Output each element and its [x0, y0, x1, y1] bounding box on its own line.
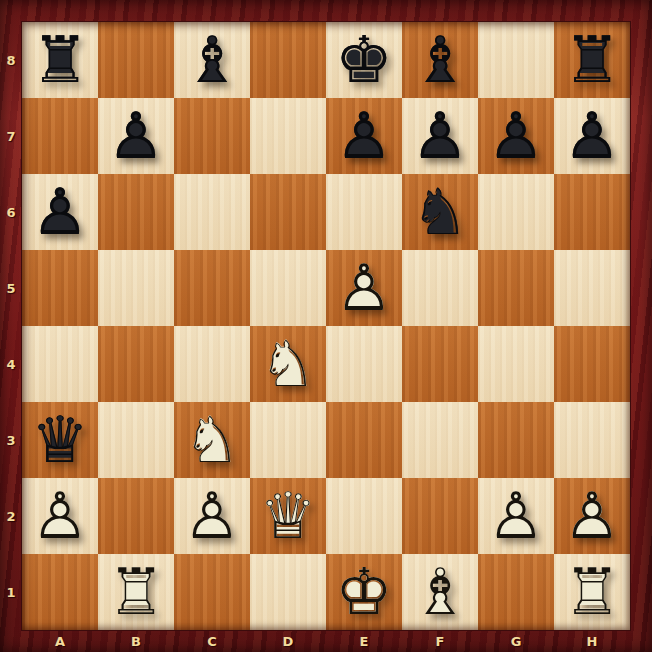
square-b8[interactable]	[98, 22, 174, 98]
file-label-d: D	[250, 630, 326, 652]
piece-black-pawn-f7[interactable]: ♟♙	[402, 98, 478, 174]
piece-white-pawn-h2[interactable]: ♟♙	[554, 478, 630, 554]
square-b6[interactable]	[98, 174, 174, 250]
square-f2[interactable]	[402, 478, 478, 554]
piece-black-pawn-b7[interactable]: ♟♙	[98, 98, 174, 174]
rank-label-4: 4	[0, 326, 22, 402]
piece-white-pawn-a2[interactable]: ♟♙	[22, 478, 98, 554]
square-b2[interactable]	[98, 478, 174, 554]
piece-glyph-outline: ♙	[326, 98, 402, 174]
square-c7[interactable]	[174, 98, 250, 174]
square-h6[interactable]	[554, 174, 630, 250]
piece-white-knight-c3[interactable]: ♞♘	[174, 402, 250, 478]
piece-white-bishop-f1[interactable]: ♝♗	[402, 554, 478, 630]
square-f3[interactable]	[402, 402, 478, 478]
piece-glyph-outline: ♕	[250, 478, 326, 554]
piece-glyph-outline: ♙	[174, 478, 250, 554]
square-d2[interactable]: ♛♕	[250, 478, 326, 554]
piece-glyph-outline: ♙	[22, 174, 98, 250]
piece-black-rook-a8[interactable]: ♜♖	[22, 22, 98, 98]
piece-black-bishop-f8[interactable]: ♝♗	[402, 22, 478, 98]
square-c4[interactable]	[174, 326, 250, 402]
file-label-a: A	[22, 630, 98, 652]
square-g1[interactable]	[478, 554, 554, 630]
square-h4[interactable]	[554, 326, 630, 402]
file-label-g: G	[478, 630, 554, 652]
square-b4[interactable]	[98, 326, 174, 402]
square-c8[interactable]: ♝♗	[174, 22, 250, 98]
square-h3[interactable]	[554, 402, 630, 478]
square-c6[interactable]	[174, 174, 250, 250]
square-a8[interactable]: ♜♖	[22, 22, 98, 98]
piece-glyph-outline: ♗	[402, 22, 478, 98]
rank-labels: 87654321	[0, 22, 22, 630]
square-a2[interactable]: ♟♙	[22, 478, 98, 554]
file-label-e: E	[326, 630, 402, 652]
rank-label-7: 7	[0, 98, 22, 174]
square-e4[interactable]	[326, 326, 402, 402]
piece-glyph-outline: ♙	[326, 250, 402, 326]
square-e5[interactable]: ♟♙	[326, 250, 402, 326]
square-h1[interactable]: ♜♖	[554, 554, 630, 630]
piece-glyph-outline: ♙	[554, 98, 630, 174]
square-d7[interactable]	[250, 98, 326, 174]
square-d1[interactable]	[250, 554, 326, 630]
square-c1[interactable]	[174, 554, 250, 630]
piece-white-queen-d2[interactable]: ♛♕	[250, 478, 326, 554]
square-b1[interactable]: ♜♖	[98, 554, 174, 630]
square-c5[interactable]	[174, 250, 250, 326]
square-h5[interactable]	[554, 250, 630, 326]
piece-black-pawn-h7[interactable]: ♟♙	[554, 98, 630, 174]
chessboard: ♜♖♝♗♚♔♝♗♜♖♟♙♟♙♟♙♟♙♟♙♟♙♞♘♟♙♞♘♛♕♞♘♟♙♟♙♛♕♟♙…	[22, 22, 630, 630]
square-g5[interactable]	[478, 250, 554, 326]
square-d8[interactable]	[250, 22, 326, 98]
piece-glyph-outline: ♗	[402, 554, 478, 630]
square-a6[interactable]: ♟♙	[22, 174, 98, 250]
square-h7[interactable]: ♟♙	[554, 98, 630, 174]
square-a7[interactable]	[22, 98, 98, 174]
rank-label-2: 2	[0, 478, 22, 554]
square-a5[interactable]	[22, 250, 98, 326]
piece-black-queen-a3[interactable]: ♛♕	[22, 402, 98, 478]
square-b5[interactable]	[98, 250, 174, 326]
file-label-b: B	[98, 630, 174, 652]
square-d4[interactable]: ♞♘	[250, 326, 326, 402]
square-d5[interactable]	[250, 250, 326, 326]
square-a4[interactable]	[22, 326, 98, 402]
square-f4[interactable]	[402, 326, 478, 402]
rank-label-6: 6	[0, 174, 22, 250]
square-g2[interactable]: ♟♙	[478, 478, 554, 554]
square-f7[interactable]: ♟♙	[402, 98, 478, 174]
piece-glyph-outline: ♔	[326, 554, 402, 630]
file-label-h: H	[554, 630, 630, 652]
piece-glyph-outline: ♙	[478, 98, 554, 174]
piece-black-king-e8[interactable]: ♚♔	[326, 22, 402, 98]
square-f5[interactable]	[402, 250, 478, 326]
square-b7[interactable]: ♟♙	[98, 98, 174, 174]
piece-white-pawn-g2[interactable]: ♟♙	[478, 478, 554, 554]
piece-black-pawn-g7[interactable]: ♟♙	[478, 98, 554, 174]
piece-glyph-outline: ♖	[22, 22, 98, 98]
rank-label-5: 5	[0, 250, 22, 326]
piece-glyph-outline: ♘	[402, 174, 478, 250]
piece-white-rook-b1[interactable]: ♜♖	[98, 554, 174, 630]
rank-label-1: 1	[0, 554, 22, 630]
square-g3[interactable]	[478, 402, 554, 478]
piece-black-rook-h8[interactable]: ♜♖	[554, 22, 630, 98]
square-f6[interactable]: ♞♘	[402, 174, 478, 250]
piece-glyph-outline: ♙	[22, 478, 98, 554]
piece-glyph-outline: ♗	[174, 22, 250, 98]
piece-white-rook-h1[interactable]: ♜♖	[554, 554, 630, 630]
piece-black-knight-f6[interactable]: ♞♘	[402, 174, 478, 250]
piece-glyph-outline: ♙	[402, 98, 478, 174]
square-e1[interactable]: ♚♔	[326, 554, 402, 630]
square-g8[interactable]	[478, 22, 554, 98]
square-c3[interactable]: ♞♘	[174, 402, 250, 478]
square-h2[interactable]: ♟♙	[554, 478, 630, 554]
square-e2[interactable]	[326, 478, 402, 554]
square-b3[interactable]	[98, 402, 174, 478]
piece-glyph-outline: ♘	[174, 402, 250, 478]
square-f1[interactable]: ♝♗	[402, 554, 478, 630]
square-h8[interactable]: ♜♖	[554, 22, 630, 98]
square-a1[interactable]	[22, 554, 98, 630]
file-label-c: C	[174, 630, 250, 652]
square-g6[interactable]	[478, 174, 554, 250]
piece-glyph-outline: ♖	[98, 554, 174, 630]
square-e6[interactable]	[326, 174, 402, 250]
rank-label-3: 3	[0, 402, 22, 478]
piece-black-bishop-c8[interactable]: ♝♗	[174, 22, 250, 98]
piece-black-pawn-e7[interactable]: ♟♙	[326, 98, 402, 174]
rank-label-8: 8	[0, 22, 22, 98]
square-e8[interactable]: ♚♔	[326, 22, 402, 98]
piece-white-king-e1[interactable]: ♚♔	[326, 554, 402, 630]
square-g4[interactable]	[478, 326, 554, 402]
file-label-f: F	[402, 630, 478, 652]
square-d3[interactable]	[250, 402, 326, 478]
piece-glyph-outline: ♘	[250, 326, 326, 402]
piece-glyph-outline: ♙	[98, 98, 174, 174]
piece-glyph-outline: ♕	[22, 402, 98, 478]
piece-glyph-outline: ♖	[554, 22, 630, 98]
piece-glyph-outline: ♔	[326, 22, 402, 98]
square-c2[interactable]: ♟♙	[174, 478, 250, 554]
piece-glyph-outline: ♖	[554, 554, 630, 630]
piece-black-pawn-a6[interactable]: ♟♙	[22, 174, 98, 250]
piece-white-pawn-e5[interactable]: ♟♙	[326, 250, 402, 326]
piece-glyph-outline: ♙	[554, 478, 630, 554]
square-d6[interactable]	[250, 174, 326, 250]
square-g7[interactable]: ♟♙	[478, 98, 554, 174]
piece-white-knight-d4[interactable]: ♞♘	[250, 326, 326, 402]
square-a3[interactable]: ♛♕	[22, 402, 98, 478]
file-labels: ABCDEFGH	[22, 630, 630, 652]
piece-glyph-outline: ♙	[478, 478, 554, 554]
chessboard-frame: 87654321 ABCDEFGH ♜♖♝♗♚♔♝♗♜♖♟♙♟♙♟♙♟♙♟♙♟♙…	[0, 0, 652, 652]
square-e7[interactable]: ♟♙	[326, 98, 402, 174]
square-e3[interactable]	[326, 402, 402, 478]
piece-white-pawn-c2[interactable]: ♟♙	[174, 478, 250, 554]
square-f8[interactable]: ♝♗	[402, 22, 478, 98]
